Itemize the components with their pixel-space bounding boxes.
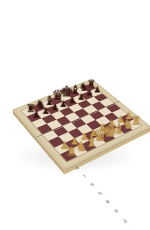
rank-label-7: 7 xyxy=(82,174,88,179)
rank-label-6: 6 xyxy=(89,182,95,187)
square-e3 xyxy=(86,120,101,130)
board-rail: ♜♞♝♛♚♝♞♜♟♟♟♟♟♟♟♟♟♟♟♟♟♟♟♟♜♞♝♛♚♝♞♜ 8765432… xyxy=(12,79,150,170)
chess-board-3d: ♜♞♝♛♚♝♞♜♟♟♟♟♟♟♟♟♟♟♟♟♟♟♟♟♜♞♝♛♚♝♞♜ 8765432… xyxy=(12,79,150,170)
rank-label-1: 1 xyxy=(131,229,138,230)
square-g3 xyxy=(104,112,119,122)
product-photo[interactable]: ♜♞♝♛♚♝♞♜♟♟♟♟♟♟♟♟♟♟♟♟♟♟♟♟♜♞♝♛♚♝♞♜ 8765432… xyxy=(0,0,150,230)
piece-black-rook: ♜ xyxy=(80,80,103,90)
rank-label-2: 2 xyxy=(122,218,129,224)
photo-scene: ♜♞♝♛♚♝♞♜♟♟♟♟♟♟♟♟♟♟♟♟♟♟♟♟♜♞♝♛♚♝♞♜ 8765432… xyxy=(30,68,130,168)
rank-label-5: 5 xyxy=(97,191,103,196)
square-d6 xyxy=(60,107,75,116)
rank-label-4: 4 xyxy=(105,200,112,205)
chess-board: ♜♞♝♛♚♝♞♜♟♟♟♟♟♟♟♟♟♟♟♟♟♟♟♟♜♞♝♛♚♝♞♜ xyxy=(22,84,141,162)
square-g5 xyxy=(91,102,105,111)
rank-label-3: 3 xyxy=(113,209,120,215)
